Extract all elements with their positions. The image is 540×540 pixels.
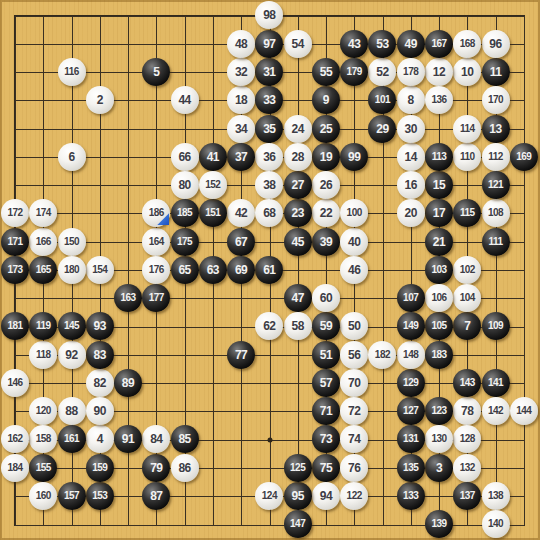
stone-70: 70 [340, 369, 368, 397]
stone-number: 92 [65, 349, 77, 361]
stone-number: 124 [262, 491, 277, 501]
stone-number: 23 [291, 207, 303, 219]
stone-number: 131 [403, 434, 418, 444]
stone-74: 74 [340, 425, 368, 453]
stone-number: 123 [431, 406, 446, 416]
stone-number: 60 [320, 292, 332, 304]
last-move-marker [156, 212, 169, 225]
stone-number: 181 [7, 321, 22, 331]
stone-22: 22 [312, 199, 340, 227]
stone-85: 85 [171, 425, 199, 453]
stone-number: 170 [488, 95, 503, 105]
stone-135: 135 [397, 454, 425, 482]
stone-37: 37 [227, 143, 255, 171]
stone-136: 136 [425, 86, 453, 114]
stone-number: 169 [516, 152, 531, 162]
stone-90: 90 [86, 397, 114, 425]
stone-173: 173 [1, 256, 29, 284]
stone-number: 40 [348, 236, 360, 248]
stone-number: 184 [7, 463, 22, 473]
stone-number: 182 [375, 350, 390, 360]
stone-45: 45 [284, 228, 312, 256]
stone-73: 73 [312, 425, 340, 453]
stone-77: 77 [227, 341, 255, 369]
stone-number: 16 [405, 179, 417, 191]
stone-number: 129 [403, 378, 418, 388]
stone-number: 93 [94, 320, 106, 332]
stone-57: 57 [312, 369, 340, 397]
stone-158: 158 [29, 425, 57, 453]
stone-66: 66 [171, 143, 199, 171]
stone-number: 96 [489, 38, 501, 50]
stone-86: 86 [171, 454, 199, 482]
stone-60: 60 [312, 284, 340, 312]
stone-179: 179 [340, 58, 368, 86]
stone-number: 157 [64, 491, 79, 501]
stone-number: 121 [488, 180, 503, 190]
stone-48: 48 [227, 30, 255, 58]
stone-119: 119 [29, 312, 57, 340]
stone-number: 99 [348, 151, 360, 163]
stone-number: 172 [7, 208, 22, 218]
stone-166: 166 [29, 228, 57, 256]
stone-165: 165 [29, 256, 57, 284]
stone-number: 54 [291, 38, 303, 50]
stone-168: 168 [453, 30, 481, 58]
stone-number: 20 [405, 207, 417, 219]
stone-number: 18 [235, 94, 247, 106]
stone-number: 73 [320, 433, 332, 445]
stone-43: 43 [340, 30, 368, 58]
stone-162: 162 [1, 425, 29, 453]
stone-47: 47 [284, 284, 312, 312]
stone-number: 58 [291, 320, 303, 332]
stone-number: 164 [149, 237, 164, 247]
stone-4: 4 [86, 425, 114, 453]
stone-number: 122 [347, 491, 362, 501]
stone-68: 68 [255, 199, 283, 227]
stone-number: 10 [461, 66, 473, 78]
stone-145: 145 [58, 312, 86, 340]
stone-number: 11 [490, 66, 502, 78]
stone-number: 44 [178, 94, 190, 106]
stone-number: 3 [436, 462, 442, 474]
stone-number: 119 [36, 321, 51, 331]
stone-number: 52 [376, 66, 388, 78]
stone-number: 125 [290, 463, 305, 473]
stone-number: 100 [347, 208, 362, 218]
stone-131: 131 [397, 425, 425, 453]
stone-153: 153 [86, 482, 114, 510]
stone-87: 87 [142, 482, 170, 510]
stone-number: 183 [431, 350, 446, 360]
stone-number: 118 [36, 350, 51, 360]
stone-25: 25 [312, 115, 340, 143]
stone-number: 89 [122, 377, 134, 389]
stone-172: 172 [1, 199, 29, 227]
stone-number: 139 [431, 519, 446, 529]
stone-180: 180 [58, 256, 86, 284]
stone-number: 39 [320, 236, 332, 248]
stone-number: 128 [460, 434, 475, 444]
stone-104: 104 [453, 284, 481, 312]
stone-16: 16 [397, 171, 425, 199]
stone-186: 186 [142, 199, 170, 227]
stone-151: 151 [199, 199, 227, 227]
stone-number: 135 [403, 463, 418, 473]
stone-17: 17 [425, 199, 453, 227]
stone-13: 13 [482, 115, 510, 143]
stone-number: 56 [348, 349, 360, 361]
stone-number: 13 [489, 123, 501, 135]
stone-number: 82 [94, 377, 106, 389]
stone-67: 67 [227, 228, 255, 256]
stone-51: 51 [312, 341, 340, 369]
stone-95: 95 [284, 482, 312, 510]
stone-154: 154 [86, 256, 114, 284]
stone-96: 96 [482, 30, 510, 58]
stone-177: 177 [142, 284, 170, 312]
stone-number: 61 [263, 264, 275, 276]
stone-125: 125 [284, 454, 312, 482]
stone-53: 53 [368, 30, 396, 58]
stone-178: 178 [397, 58, 425, 86]
stone-number: 136 [431, 95, 446, 105]
stone-number: 79 [150, 462, 162, 474]
stone-number: 37 [235, 151, 247, 163]
stone-number: 67 [235, 236, 247, 248]
stone-100: 100 [340, 199, 368, 227]
stone-number: 167 [431, 39, 446, 49]
stone-94: 94 [312, 482, 340, 510]
stone-number: 177 [149, 293, 164, 303]
stone-number: 166 [36, 237, 51, 247]
stone-number: 45 [291, 236, 303, 248]
stone-number: 46 [348, 264, 360, 276]
stone-83: 83 [86, 341, 114, 369]
stone-number: 105 [431, 321, 446, 331]
stone-number: 107 [403, 293, 418, 303]
stone-number: 91 [122, 433, 134, 445]
stone-number: 132 [460, 463, 475, 473]
stone-141: 141 [482, 369, 510, 397]
stone-number: 133 [403, 491, 418, 501]
stone-number: 7 [464, 320, 470, 332]
stone-176: 176 [142, 256, 170, 284]
stone-114: 114 [453, 115, 481, 143]
stone-number: 33 [263, 94, 275, 106]
stone-82: 82 [86, 369, 114, 397]
stone-127: 127 [397, 397, 425, 425]
stone-number: 74 [348, 433, 360, 445]
stone-number: 151 [205, 208, 220, 218]
stone-174: 174 [29, 199, 57, 227]
stone-61: 61 [255, 256, 283, 284]
stone-63: 63 [199, 256, 227, 284]
stone-number: 78 [461, 405, 473, 417]
stone-number: 41 [207, 151, 219, 163]
stone-number: 29 [376, 123, 388, 135]
stone-number: 185 [177, 208, 192, 218]
stones-grid: 2345678910111213141516171819202122232425… [1, 1, 538, 538]
stone-number: 6 [68, 151, 74, 163]
stone-76: 76 [340, 454, 368, 482]
stone-115: 115 [453, 199, 481, 227]
stone-113: 113 [425, 143, 453, 171]
stone-number: 12 [433, 66, 445, 78]
stone-number: 178 [403, 67, 418, 77]
stone-number: 48 [235, 38, 247, 50]
stone-19: 19 [312, 143, 340, 171]
stone-157: 157 [58, 482, 86, 510]
stone-44: 44 [171, 86, 199, 114]
stone-184: 184 [1, 454, 29, 482]
stone-number: 140 [488, 519, 503, 529]
stone-175: 175 [171, 228, 199, 256]
stone-35: 35 [255, 115, 283, 143]
stone-33: 33 [255, 86, 283, 114]
stone-number: 97 [263, 38, 275, 50]
stone-146: 146 [1, 369, 29, 397]
stone-12: 12 [425, 58, 453, 86]
stone-41: 41 [199, 143, 227, 171]
stone-129: 129 [397, 369, 425, 397]
stone-number: 70 [348, 377, 360, 389]
stone-number: 9 [323, 94, 329, 106]
stone-number: 71 [320, 405, 332, 417]
stone-number: 142 [488, 406, 503, 416]
stone-167: 167 [425, 30, 453, 58]
stone-number: 34 [235, 123, 247, 135]
stone-number: 32 [235, 66, 247, 78]
stone-number: 180 [64, 265, 79, 275]
stone-number: 168 [460, 39, 475, 49]
stone-number: 43 [348, 38, 360, 50]
stone-number: 175 [177, 237, 192, 247]
stone-183: 183 [425, 341, 453, 369]
stone-182: 182 [368, 341, 396, 369]
stone-number: 8 [408, 94, 414, 106]
stone-number: 176 [149, 265, 164, 275]
stone-number: 141 [488, 378, 503, 388]
stone-163: 163 [114, 284, 142, 312]
stone-number: 31 [263, 66, 275, 78]
stone-number: 36 [263, 151, 275, 163]
stone-78: 78 [453, 397, 481, 425]
stone-110: 110 [453, 143, 481, 171]
stone-84: 84 [142, 425, 170, 453]
stone-98: 98 [255, 1, 283, 29]
stone-185: 185 [171, 199, 199, 227]
stone-number: 42 [235, 207, 247, 219]
stone-number: 152 [205, 180, 220, 190]
stone-number: 165 [36, 265, 51, 275]
stone-80: 80 [171, 171, 199, 199]
stone-99: 99 [340, 143, 368, 171]
stone-123: 123 [425, 397, 453, 425]
stone-107: 107 [397, 284, 425, 312]
stone-31: 31 [255, 58, 283, 86]
stone-number: 101 [375, 95, 390, 105]
stone-number: 146 [7, 378, 22, 388]
stone-105: 105 [425, 312, 453, 340]
stone-137: 137 [453, 482, 481, 510]
stone-number: 143 [460, 378, 475, 388]
stone-121: 121 [482, 171, 510, 199]
stone-number: 144 [516, 406, 531, 416]
stone-number: 77 [235, 349, 247, 361]
stone-71: 71 [312, 397, 340, 425]
stone-number: 153 [92, 491, 107, 501]
stone-number: 47 [291, 292, 303, 304]
stone-58: 58 [284, 312, 312, 340]
stone-number: 127 [403, 406, 418, 416]
stone-number: 69 [235, 264, 247, 276]
stone-number: 24 [291, 123, 303, 135]
stone-number: 171 [7, 237, 22, 247]
stone-49: 49 [397, 30, 425, 58]
stone-122: 122 [340, 482, 368, 510]
stone-number: 154 [92, 265, 107, 275]
stone-number: 114 [460, 124, 475, 134]
stone-number: 130 [431, 434, 446, 444]
stone-number: 186 [149, 208, 164, 218]
stone-number: 35 [263, 123, 275, 135]
stone-number: 15 [433, 179, 445, 191]
stone-130: 130 [425, 425, 453, 453]
stone-number: 76 [348, 462, 360, 474]
stone-number: 94 [320, 490, 332, 502]
stone-number: 109 [488, 321, 503, 331]
stone-number: 106 [431, 293, 446, 303]
stone-55: 55 [312, 58, 340, 86]
stone-number: 115 [460, 208, 475, 218]
stone-number: 26 [320, 179, 332, 191]
stone-30: 30 [397, 115, 425, 143]
stone-number: 110 [460, 152, 475, 162]
stone-number: 17 [433, 207, 445, 219]
stone-3: 3 [425, 454, 453, 482]
stone-number: 90 [94, 405, 106, 417]
stone-number: 87 [150, 490, 162, 502]
stone-number: 83 [94, 349, 106, 361]
stone-103: 103 [425, 256, 453, 284]
stone-69: 69 [227, 256, 255, 284]
stone-171: 171 [1, 228, 29, 256]
stone-number: 158 [36, 434, 51, 444]
stone-number: 86 [178, 462, 190, 474]
stone-54: 54 [284, 30, 312, 58]
stone-number: 80 [178, 179, 190, 191]
stone-140: 140 [482, 510, 510, 538]
stone-number: 163 [120, 293, 135, 303]
stone-111: 111 [482, 228, 510, 256]
stone-72: 72 [340, 397, 368, 425]
stone-34: 34 [227, 115, 255, 143]
stone-18: 18 [227, 86, 255, 114]
stone-65: 65 [171, 256, 199, 284]
stone-42: 42 [227, 199, 255, 227]
stone-108: 108 [482, 199, 510, 227]
stone-2: 2 [86, 86, 114, 114]
stone-150: 150 [58, 228, 86, 256]
stone-number: 95 [291, 490, 303, 502]
stone-56: 56 [340, 341, 368, 369]
stone-88: 88 [58, 397, 86, 425]
stone-128: 128 [453, 425, 481, 453]
stone-14: 14 [397, 143, 425, 171]
stone-159: 159 [86, 454, 114, 482]
stone-number: 21 [433, 236, 445, 248]
stone-number: 57 [320, 377, 332, 389]
stone-23: 23 [284, 199, 312, 227]
stone-118: 118 [29, 341, 57, 369]
stone-number: 161 [64, 434, 79, 444]
stone-number: 147 [290, 519, 305, 529]
stone-148: 148 [397, 341, 425, 369]
stone-46: 46 [340, 256, 368, 284]
stone-number: 173 [7, 265, 22, 275]
stone-number: 108 [488, 208, 503, 218]
stone-124: 124 [255, 482, 283, 510]
stone-40: 40 [340, 228, 368, 256]
stone-number: 155 [36, 463, 51, 473]
stone-number: 138 [488, 491, 503, 501]
stone-20: 20 [397, 199, 425, 227]
stone-number: 28 [291, 151, 303, 163]
stone-102: 102 [453, 256, 481, 284]
stone-27: 27 [284, 171, 312, 199]
stone-109: 109 [482, 312, 510, 340]
stone-number: 62 [263, 320, 275, 332]
stone-number: 66 [178, 151, 190, 163]
stone-9: 9 [312, 86, 340, 114]
go-board[interactable]: 2345678910111213141516171819202122232425… [0, 0, 540, 540]
stone-92: 92 [58, 341, 86, 369]
stone-59: 59 [312, 312, 340, 340]
stone-21: 21 [425, 228, 453, 256]
stone-number: 159 [92, 463, 107, 473]
stone-97: 97 [255, 30, 283, 58]
stone-number: 148 [403, 350, 418, 360]
stone-number: 63 [207, 264, 219, 276]
stone-number: 145 [64, 321, 79, 331]
stone-39: 39 [312, 228, 340, 256]
stone-10: 10 [453, 58, 481, 86]
stone-number: 51 [320, 349, 332, 361]
stone-number: 112 [488, 152, 503, 162]
stone-number: 65 [178, 264, 190, 276]
stone-number: 27 [291, 179, 303, 191]
stone-106: 106 [425, 284, 453, 312]
stone-number: 5 [153, 66, 159, 78]
stone-number: 113 [432, 152, 447, 162]
stone-50: 50 [340, 312, 368, 340]
stone-number: 14 [405, 151, 417, 163]
stone-62: 62 [255, 312, 283, 340]
stone-75: 75 [312, 454, 340, 482]
stone-number: 59 [320, 320, 332, 332]
stone-164: 164 [142, 228, 170, 256]
stone-number: 103 [431, 265, 446, 275]
stone-number: 179 [347, 67, 362, 77]
stone-89: 89 [114, 369, 142, 397]
stone-149: 149 [397, 312, 425, 340]
stone-32: 32 [227, 58, 255, 86]
stone-112: 112 [482, 143, 510, 171]
stone-number: 2 [97, 94, 103, 106]
stone-170: 170 [482, 86, 510, 114]
